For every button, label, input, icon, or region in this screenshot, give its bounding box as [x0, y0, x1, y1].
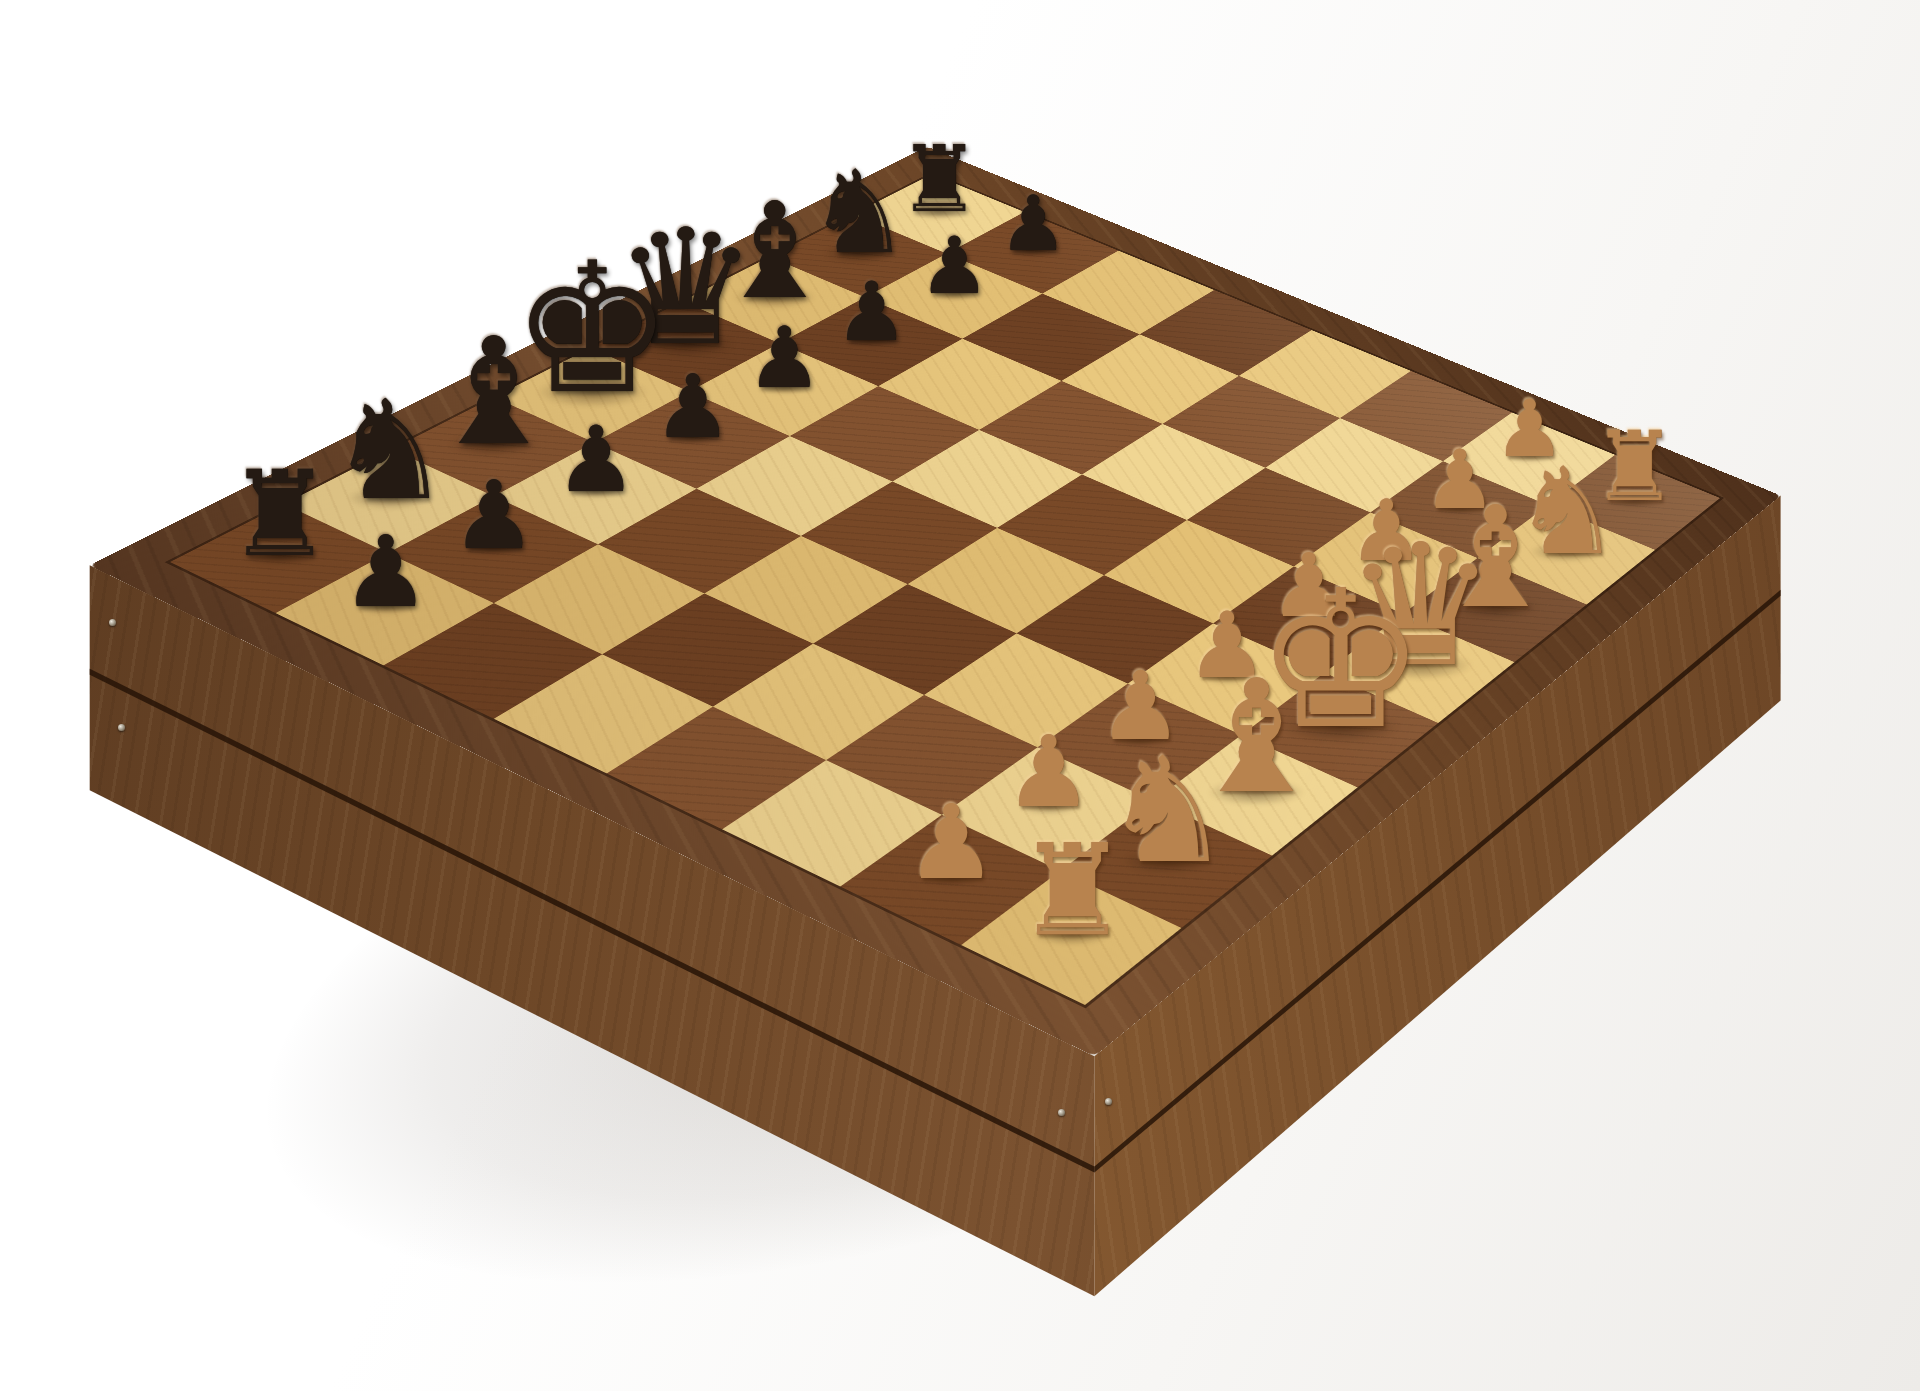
piece-white-pawn-g2[interactable]: ♟: [1004, 723, 1092, 822]
piece-black-pawn-b7[interactable]: ♟: [919, 228, 990, 307]
piece-black-knight-g8[interactable]: ♞: [328, 382, 451, 519]
piece-black-pawn-g7[interactable]: ♟: [451, 467, 536, 562]
piece-black-pawn-d7[interactable]: ♟: [747, 316, 823, 401]
piece-black-rook-h8[interactable]: ♜: [227, 456, 333, 574]
piece-black-pawn-h7[interactable]: ♟: [342, 523, 430, 622]
piece-black-pawn-e7[interactable]: ♟: [653, 364, 732, 452]
piece-black-pawn-a7[interactable]: ♟: [999, 186, 1067, 262]
piece-white-rook-h1[interactable]: ♜: [1016, 828, 1129, 954]
pieces-layer: ♜♞♝♚♛♝♞♜♟♟♟♟♟♟♟♟♟♟♟♟♟♟♟♟♜♞♝♚♛♝♞♜: [0, 0, 1920, 1391]
piece-black-rook-a8[interactable]: ♜: [898, 134, 980, 226]
piece-white-pawn-h2[interactable]: ♟: [905, 790, 997, 893]
piece-black-pawn-c7[interactable]: ♟: [835, 271, 908, 353]
piece-black-pawn-f7[interactable]: ♟: [555, 414, 637, 505]
photo-background: ♜♞♝♚♛♝♞♜♟♟♟♟♟♟♟♟♟♟♟♟♟♟♟♟♜♞♝♚♛♝♞♜: [0, 0, 1920, 1391]
